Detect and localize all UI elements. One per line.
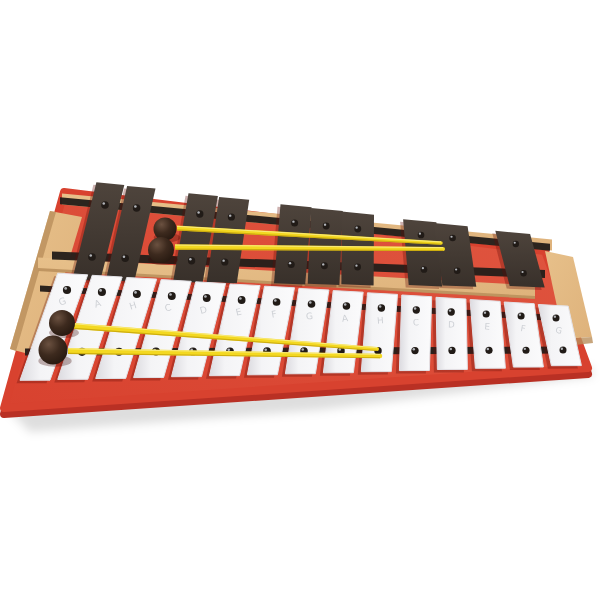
white-key-pin-highlight [99, 289, 102, 292]
white-key-pin [343, 302, 351, 310]
dark-key-pin-highlight [356, 227, 358, 229]
white-key-pin [448, 347, 455, 354]
white-key-pin-highlight [309, 301, 312, 304]
glockenspiel-product-photo: GAHCDEFGAHCDEFG [0, 0, 600, 600]
white-key-pin [553, 315, 560, 322]
dark-key-pin [449, 235, 456, 242]
white-key-pin-highlight [379, 305, 382, 308]
dark-key-pin [101, 201, 109, 209]
glockenspiel-scene: GAHCDEFGAHCDEFG [0, 0, 600, 600]
white-key-pin-highlight [414, 307, 416, 309]
white-key-pin [413, 306, 420, 313]
dark-key-pin-highlight [189, 258, 191, 260]
dark-key-pin [291, 219, 298, 226]
dark-key-pin [188, 257, 195, 264]
dark-key-pin [520, 270, 526, 276]
dark-key-pin-highlight [322, 263, 324, 265]
white-key-pin-highlight [519, 313, 521, 315]
dark-key-pin [196, 210, 203, 217]
bottom-mallet-head-1 [49, 310, 75, 336]
dark-key-pin-highlight [450, 236, 452, 238]
white-key-letter-10: C [413, 317, 419, 327]
dark-key-pin-highlight [89, 254, 92, 257]
dark-key-pin-highlight [422, 267, 424, 269]
white-key-pin-highlight [274, 299, 277, 302]
dark-key-4 [274, 204, 312, 284]
dark-key-pin [323, 223, 330, 230]
white-key-pin-highlight [413, 348, 415, 350]
top-mallet-head-1 [154, 218, 177, 241]
dark-key-pin-highlight [419, 233, 421, 235]
white-key-pin [485, 347, 492, 354]
white-key-pin-highlight [64, 287, 67, 290]
white-key-pin-highlight [450, 348, 452, 350]
white-key-pin-highlight [169, 293, 172, 296]
white-key-pin-highlight [227, 349, 230, 352]
white-key-pin [168, 292, 176, 300]
white-key-pin [203, 294, 211, 302]
dark-key-pin [221, 258, 228, 265]
dark-key-pin [354, 226, 361, 233]
white-key-pin-highlight [264, 348, 267, 351]
dark-key-pin [288, 261, 295, 268]
white-key-letter-9: H [377, 315, 384, 325]
white-key-pin [483, 310, 490, 317]
bottom-mallet-head-2 [39, 336, 68, 365]
white-key-pin-highlight [554, 315, 556, 317]
top-mallet-head-2 [148, 237, 174, 263]
dark-key-pin-highlight [292, 220, 294, 222]
dark-key-pin-highlight [222, 259, 224, 261]
dark-key-pin-highlight [134, 205, 137, 208]
white-key-pin [63, 286, 71, 294]
dark-key-pin-highlight [521, 271, 523, 273]
dark-key-pin [88, 253, 96, 261]
white-key-9 [361, 293, 397, 372]
white-key-12 [470, 300, 505, 369]
white-key-pin-highlight [449, 309, 451, 311]
white-key-pin [518, 312, 525, 319]
dark-key-pin-highlight [355, 265, 357, 267]
white-key-pin [448, 308, 455, 315]
white-key-pin [98, 288, 106, 296]
dark-key-pin-highlight [514, 242, 516, 244]
dark-key-pin-highlight [123, 256, 126, 259]
dark-key-pin [513, 241, 519, 247]
dark-key-pin-highlight [197, 211, 199, 213]
white-key-pin-highlight [561, 348, 563, 350]
dark-key-pin [354, 264, 361, 271]
white-key-pin-highlight [301, 348, 304, 351]
dark-key-pin [421, 266, 428, 273]
white-key-10 [399, 295, 431, 371]
white-key-pin [522, 347, 529, 354]
white-key-pin-highlight [204, 295, 207, 298]
white-key-pin [411, 347, 418, 354]
white-key-pin [133, 290, 141, 298]
dark-key-pin-highlight [324, 223, 326, 225]
white-key-pin [273, 298, 281, 306]
dark-key-pin-highlight [455, 268, 457, 270]
dark-key-pin-highlight [102, 202, 105, 205]
white-key-pin-highlight [134, 291, 137, 294]
white-key-pin-highlight [338, 348, 341, 351]
dark-key-pin [121, 254, 129, 262]
dark-key-pin [454, 267, 461, 274]
white-key-11 [436, 297, 467, 369]
white-key-pin [238, 296, 246, 304]
dark-key-pin-highlight [289, 262, 291, 264]
white-key-pin [308, 300, 316, 308]
white-key-pin [560, 347, 567, 354]
white-key-pin-highlight [487, 348, 489, 350]
dark-key-pin [228, 213, 235, 220]
white-key-letter-11: D [448, 319, 455, 329]
dark-key-pin-highlight [229, 214, 231, 216]
white-key-pin-highlight [344, 303, 347, 306]
dark-key-pin [321, 262, 328, 269]
white-key-pin-highlight [484, 311, 486, 313]
dark-key-pin [418, 232, 425, 239]
white-key-pin [378, 304, 385, 311]
white-key-pin-highlight [239, 297, 242, 300]
white-key-pin-highlight [524, 348, 526, 350]
white-key-letter-12: E [484, 321, 490, 331]
dark-key-pin [133, 204, 141, 212]
